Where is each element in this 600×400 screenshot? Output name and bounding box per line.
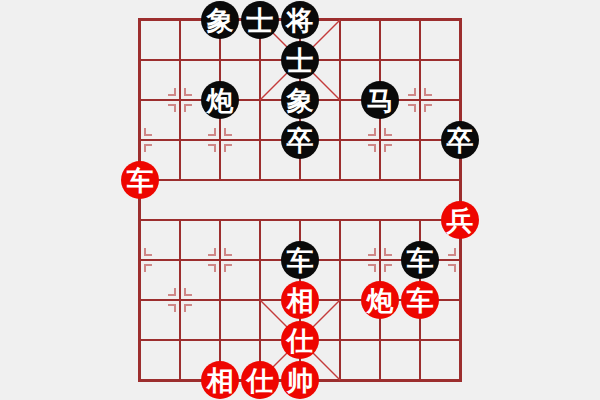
piece-black-elephant[interactable]: 象	[201, 1, 239, 39]
position-mark	[168, 304, 176, 312]
piece-red-chariot[interactable]: 车	[121, 161, 159, 199]
piece-red-cannon[interactable]: 炮	[361, 281, 399, 319]
position-mark	[144, 128, 152, 136]
position-mark	[448, 248, 456, 256]
piece-black-elephant[interactable]: 象	[281, 81, 319, 119]
position-mark	[168, 104, 176, 112]
position-mark	[408, 104, 416, 112]
position-mark	[168, 88, 176, 96]
position-mark	[184, 304, 192, 312]
position-mark	[144, 264, 152, 272]
position-mark	[208, 264, 216, 272]
piece-red-chariot[interactable]: 车	[401, 281, 439, 319]
piece-black-general[interactable]: 将	[281, 1, 319, 39]
position-mark	[144, 248, 152, 256]
position-mark	[208, 144, 216, 152]
piece-red-advisor[interactable]: 仕	[281, 321, 319, 359]
position-mark	[208, 128, 216, 136]
piece-black-soldier[interactable]: 卒	[281, 121, 319, 159]
piece-black-advisor[interactable]: 士	[241, 1, 279, 39]
piece-red-soldier[interactable]: 兵	[441, 201, 479, 239]
position-mark	[224, 264, 232, 272]
position-mark	[208, 248, 216, 256]
position-mark	[184, 104, 192, 112]
piece-black-cannon[interactable]: 炮	[201, 81, 239, 119]
position-mark	[224, 144, 232, 152]
position-mark	[368, 128, 376, 136]
position-mark	[224, 128, 232, 136]
piece-red-advisor[interactable]: 仕	[241, 361, 279, 399]
piece-black-chariot[interactable]: 车	[401, 241, 439, 279]
position-mark	[144, 144, 152, 152]
position-mark	[424, 104, 432, 112]
position-mark	[384, 248, 392, 256]
piece-black-horse[interactable]: 马	[361, 81, 399, 119]
piece-black-chariot[interactable]: 车	[281, 241, 319, 279]
position-mark	[224, 248, 232, 256]
position-mark	[448, 264, 456, 272]
position-mark	[408, 88, 416, 96]
position-mark	[368, 144, 376, 152]
piece-red-elephant[interactable]: 相	[201, 361, 239, 399]
position-mark	[384, 264, 392, 272]
xiangqi-board[interactable]: 象士将士炮象马卒卒车兵车车相炮车仕相仕帅	[0, 0, 600, 400]
piece-red-elephant[interactable]: 相	[281, 281, 319, 319]
piece-black-advisor[interactable]: 士	[281, 41, 319, 79]
position-mark	[184, 288, 192, 296]
piece-red-general[interactable]: 帅	[281, 361, 319, 399]
position-mark	[184, 88, 192, 96]
position-mark	[168, 288, 176, 296]
position-mark	[368, 248, 376, 256]
position-mark	[368, 264, 376, 272]
position-mark	[384, 128, 392, 136]
piece-black-soldier[interactable]: 卒	[441, 121, 479, 159]
position-mark	[424, 88, 432, 96]
position-mark	[384, 144, 392, 152]
